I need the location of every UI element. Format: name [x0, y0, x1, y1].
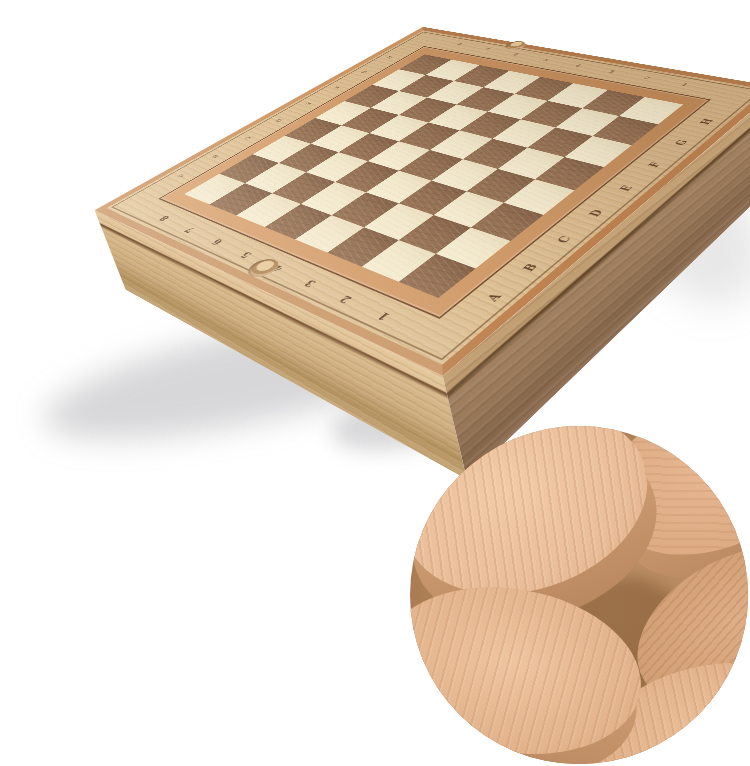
file-label-far-f-text: F: [332, 86, 340, 89]
rank-label-right-7-text: 7: [483, 48, 491, 52]
file-label-far-c-text: C: [243, 136, 252, 140]
square-a1: [399, 254, 476, 298]
rank-label-left-8: 8: [136, 203, 193, 233]
square-e1: [535, 157, 604, 190]
square-b4: [332, 192, 399, 227]
chess-box-scene: 88AA77BB66CC55DD44EE33FF22GG11HH: [98, 0, 750, 482]
file-label-far-b-text: B: [210, 154, 220, 158]
square-a6: [236, 193, 301, 227]
rank-label-left-2-text: 2: [337, 293, 355, 305]
rank-label-left-6: 6: [187, 225, 248, 259]
file-label-front-f-text: F: [645, 161, 663, 168]
file-label-front-e-text: E: [617, 184, 635, 192]
square-d3: [432, 159, 498, 191]
square-b1: [436, 228, 511, 269]
rank-label-right-8-text: 8: [455, 43, 463, 46]
file-label-far-g-text: G: [359, 70, 368, 73]
square-c4: [366, 171, 432, 204]
square-a3: [327, 227, 398, 266]
square-d2: [467, 169, 535, 203]
square-d4: [399, 150, 463, 181]
square-g1: [593, 116, 659, 145]
file-label-front-b-text: B: [520, 262, 540, 273]
square-b5: [301, 182, 366, 215]
rank-label-left-7: 7: [161, 214, 220, 246]
rank-label-left-7-text: 7: [183, 225, 199, 234]
file-label-far-h-text: H: [385, 56, 394, 59]
rank-label-right-5-text: 5: [542, 58, 551, 62]
file-label-far-d-text: D: [274, 118, 283, 122]
rank-label-right-4-text: 4: [573, 64, 582, 68]
rank-label-right-2-text: 2: [642, 76, 651, 80]
rank-label-left-2: 2: [311, 279, 382, 321]
checkers-discs-inset: [410, 426, 748, 764]
square-e3: [463, 139, 528, 169]
square-a2: [362, 240, 436, 282]
file-label-far-e-text: E: [304, 102, 313, 106]
rank-label-right-6-text: 6: [511, 53, 519, 57]
rank-label-left-4: 4: [245, 250, 311, 287]
finger-notch-right: [502, 40, 529, 50]
file-label-front-g-text: G: [672, 139, 690, 146]
square-b3: [364, 203, 434, 240]
file-label-front-d-text: D: [586, 208, 606, 217]
square-e2: [498, 148, 565, 180]
rank-label-left-1-text: 1: [375, 310, 394, 322]
file-label-front-c-text: C: [554, 235, 573, 245]
file-label-far-a-text: A: [176, 173, 185, 178]
file-label-front-a-text: A: [484, 292, 504, 303]
rank-label-left-5-text: 5: [238, 250, 255, 260]
rank-label-right-1-text: 1: [680, 83, 689, 87]
file-label-front-h-text: H: [697, 118, 715, 125]
square-d1: [504, 179, 575, 215]
rank-label-left-3-text: 3: [302, 278, 320, 289]
rank-label-left-5: 5: [215, 237, 279, 272]
chess-box: 88AA77BB66CC55DD44EE33FF22GG11HH: [95, 27, 750, 376]
rank-label-right-3-text: 3: [607, 70, 616, 74]
finger-notch-left: [242, 256, 284, 280]
rank-label-left-3: 3: [277, 264, 346, 304]
rank-label-left-1: 1: [347, 294, 421, 339]
square-c2: [434, 191, 504, 227]
rank-label-left-6-text: 6: [210, 237, 226, 246]
product-photo-page: { "game": { "name": "chess", "product": …: [0, 0, 750, 766]
square-c1: [471, 203, 544, 241]
rank-label-left-4-text: 4: [269, 263, 286, 273]
square-a4: [295, 215, 364, 252]
rank-label-left-8-text: 8: [157, 214, 173, 223]
square-f2: [528, 127, 593, 157]
square-a5: [265, 204, 332, 239]
square-b2: [399, 215, 471, 254]
square-c3: [399, 181, 467, 215]
square-f1: [565, 136, 632, 167]
